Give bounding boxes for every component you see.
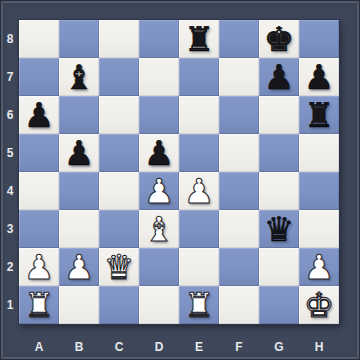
square-e3[interactable] <box>179 210 219 248</box>
square-e5[interactable] <box>179 134 219 172</box>
square-b6[interactable] <box>59 96 99 134</box>
square-a6[interactable]: ♟ <box>19 96 59 134</box>
square-c1[interactable] <box>99 286 139 324</box>
square-e1[interactable]: ♜ <box>179 286 219 324</box>
square-e4[interactable]: ♟ <box>179 172 219 210</box>
square-d4[interactable]: ♟ <box>139 172 179 210</box>
square-e6[interactable] <box>179 96 219 134</box>
black-rook-piece[interactable]: ♜ <box>179 20 219 58</box>
chess-board-diagram: 87654321 ♜♚♝♟♟♟♜♟♟♟♟♝♛♟♟♛♟♜♜♚ ABCDEFGH <box>0 0 360 360</box>
square-c5[interactable] <box>99 134 139 172</box>
white-pawn-piece[interactable]: ♟ <box>139 172 179 210</box>
black-pawn-piece[interactable]: ♟ <box>59 134 99 172</box>
square-h2[interactable]: ♟ <box>299 248 339 286</box>
white-pawn-piece[interactable]: ♟ <box>179 172 219 210</box>
square-f1[interactable] <box>219 286 259 324</box>
square-b8[interactable] <box>59 20 99 58</box>
square-e2[interactable] <box>179 248 219 286</box>
black-bishop-piece[interactable]: ♝ <box>59 58 99 96</box>
square-g1[interactable] <box>259 286 299 324</box>
square-a5[interactable] <box>19 134 59 172</box>
square-h6[interactable]: ♜ <box>299 96 339 134</box>
square-g3[interactable]: ♛ <box>259 210 299 248</box>
square-d2[interactable] <box>139 248 179 286</box>
white-rook-piece[interactable]: ♜ <box>179 286 219 324</box>
file-labels: ABCDEFGH <box>19 324 339 360</box>
square-h4[interactable] <box>299 172 339 210</box>
square-a2[interactable]: ♟ <box>19 248 59 286</box>
rank-labels: 87654321 <box>1 20 19 324</box>
square-e7[interactable] <box>179 58 219 96</box>
black-pawn-piece[interactable]: ♟ <box>259 58 299 96</box>
square-d1[interactable] <box>139 286 179 324</box>
file-label-h: H <box>299 340 339 354</box>
black-king-piece[interactable]: ♚ <box>259 20 299 58</box>
square-c3[interactable] <box>99 210 139 248</box>
square-b3[interactable] <box>59 210 99 248</box>
square-a8[interactable] <box>19 20 59 58</box>
square-h7[interactable]: ♟ <box>299 58 339 96</box>
file-label-f: F <box>219 340 259 354</box>
square-f2[interactable] <box>219 248 259 286</box>
square-c7[interactable] <box>99 58 139 96</box>
square-b7[interactable]: ♝ <box>59 58 99 96</box>
square-c6[interactable] <box>99 96 139 134</box>
white-rook-piece[interactable]: ♜ <box>19 286 59 324</box>
square-d7[interactable] <box>139 58 179 96</box>
file-label-e: E <box>179 340 219 354</box>
square-e8[interactable]: ♜ <box>179 20 219 58</box>
black-pawn-piece[interactable]: ♟ <box>299 58 339 96</box>
black-queen-piece[interactable]: ♛ <box>259 210 299 248</box>
square-b2[interactable]: ♟ <box>59 248 99 286</box>
square-f4[interactable] <box>219 172 259 210</box>
square-g6[interactable] <box>259 96 299 134</box>
white-king-piece[interactable]: ♚ <box>299 286 339 324</box>
rank-label-1: 1 <box>1 286 19 324</box>
board-grid: ♜♚♝♟♟♟♜♟♟♟♟♝♛♟♟♛♟♜♜♚ <box>19 20 339 324</box>
square-f3[interactable] <box>219 210 259 248</box>
square-f8[interactable] <box>219 20 259 58</box>
square-g7[interactable]: ♟ <box>259 58 299 96</box>
file-label-b: B <box>59 340 99 354</box>
rank-label-5: 5 <box>1 134 19 172</box>
square-g4[interactable] <box>259 172 299 210</box>
square-c8[interactable] <box>99 20 139 58</box>
rank-label-7: 7 <box>1 58 19 96</box>
square-g2[interactable] <box>259 248 299 286</box>
square-d3[interactable]: ♝ <box>139 210 179 248</box>
rank-label-2: 2 <box>1 248 19 286</box>
file-label-g: G <box>259 340 299 354</box>
square-h1[interactable]: ♚ <box>299 286 339 324</box>
square-a7[interactable] <box>19 58 59 96</box>
white-pawn-piece[interactable]: ♟ <box>19 248 59 286</box>
square-a3[interactable] <box>19 210 59 248</box>
square-g8[interactable]: ♚ <box>259 20 299 58</box>
square-h8[interactable] <box>299 20 339 58</box>
square-h5[interactable] <box>299 134 339 172</box>
square-a1[interactable]: ♜ <box>19 286 59 324</box>
white-queen-piece[interactable]: ♛ <box>99 248 139 286</box>
black-rook-piece[interactable]: ♜ <box>299 96 339 134</box>
black-pawn-piece[interactable]: ♟ <box>19 96 59 134</box>
file-label-a: A <box>19 340 59 354</box>
rank-label-8: 8 <box>1 20 19 58</box>
file-label-d: D <box>139 340 179 354</box>
square-b1[interactable] <box>59 286 99 324</box>
square-f7[interactable] <box>219 58 259 96</box>
black-pawn-piece[interactable]: ♟ <box>139 134 179 172</box>
square-c2[interactable]: ♛ <box>99 248 139 286</box>
square-d6[interactable] <box>139 96 179 134</box>
square-a4[interactable] <box>19 172 59 210</box>
square-f5[interactable] <box>219 134 259 172</box>
square-h3[interactable] <box>299 210 339 248</box>
rank-label-4: 4 <box>1 172 19 210</box>
square-c4[interactable] <box>99 172 139 210</box>
white-pawn-piece[interactable]: ♟ <box>299 248 339 286</box>
rank-label-6: 6 <box>1 96 19 134</box>
white-bishop-piece[interactable]: ♝ <box>139 210 179 248</box>
rank-label-3: 3 <box>1 210 19 248</box>
square-d5[interactable]: ♟ <box>139 134 179 172</box>
white-pawn-piece[interactable]: ♟ <box>59 248 99 286</box>
square-b4[interactable] <box>59 172 99 210</box>
square-d8[interactable] <box>139 20 179 58</box>
square-b5[interactable]: ♟ <box>59 134 99 172</box>
square-g5[interactable] <box>259 134 299 172</box>
square-f6[interactable] <box>219 96 259 134</box>
file-label-c: C <box>99 340 139 354</box>
